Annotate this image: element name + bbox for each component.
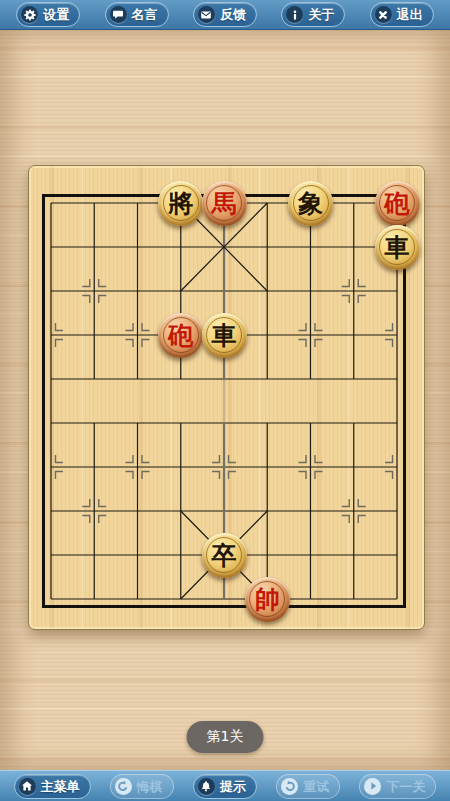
black-elephant[interactable]: 象 — [288, 181, 333, 226]
next-level-button[interactable]: 下一关 — [359, 774, 436, 799]
next-chevron-icon — [364, 778, 381, 795]
black-soldier[interactable]: 卒 — [202, 533, 247, 578]
about-label: 关于 — [308, 8, 334, 21]
envelope-icon — [198, 6, 215, 23]
quotes-button[interactable]: 名言 — [105, 2, 169, 27]
exit-label: 退出 — [397, 8, 423, 21]
app-window: 设置 名言 反馈 关于 — [0, 0, 450, 801]
red-cannon[interactable]: 砲 — [158, 313, 203, 358]
black-chariot[interactable]: 車 — [375, 225, 420, 270]
piece-character: 將 — [168, 191, 193, 216]
exit-cross-icon — [375, 6, 392, 23]
level-badge: 第1关 — [187, 721, 264, 753]
feedback-button[interactable]: 反馈 — [193, 2, 257, 27]
quotes-label: 名言 — [132, 8, 158, 21]
settings-button[interactable]: 设置 — [16, 2, 80, 27]
undo-icon — [115, 778, 132, 795]
retry-icon — [281, 778, 298, 795]
red-cannon[interactable]: 砲 — [375, 181, 420, 226]
xiangqi-board[interactable]: 將馬象砲車砲車卒帥 — [28, 165, 425, 630]
piece-character: 象 — [298, 191, 323, 216]
about-button[interactable]: 关于 — [281, 2, 345, 27]
gear-icon — [21, 6, 38, 23]
piece-character: 帥 — [255, 587, 280, 612]
retry-label: 重试 — [303, 780, 329, 793]
retry-button[interactable]: 重试 — [276, 774, 340, 799]
main-menu-button[interactable]: 主菜单 — [14, 774, 91, 799]
red-general[interactable]: 帥 — [245, 577, 290, 622]
settings-label: 设置 — [43, 8, 69, 21]
piece-character: 車 — [385, 235, 410, 260]
hint-label: 提示 — [220, 780, 246, 793]
bell-icon — [198, 778, 215, 795]
undo-move-button[interactable]: 悔棋 — [110, 774, 174, 799]
black-general[interactable]: 將 — [158, 181, 203, 226]
red-horse[interactable]: 馬 — [202, 181, 247, 226]
black-chariot[interactable]: 車 — [202, 313, 247, 358]
feedback-label: 反馈 — [220, 8, 246, 21]
piece-character: 砲 — [385, 191, 410, 216]
next-level-label: 下一关 — [386, 780, 425, 793]
speech-bubble-icon — [110, 6, 127, 23]
pieces-layer: 將馬象砲車砲車卒帥 — [29, 166, 424, 629]
piece-character: 車 — [212, 323, 237, 348]
info-icon — [286, 6, 303, 23]
main-menu-label: 主菜单 — [41, 780, 80, 793]
undo-move-label: 悔棋 — [137, 780, 163, 793]
exit-button[interactable]: 退出 — [370, 2, 434, 27]
top-toolbar: 设置 名言 反馈 关于 — [0, 0, 450, 30]
home-icon — [19, 778, 36, 795]
hint-button[interactable]: 提示 — [193, 774, 257, 799]
bottom-toolbar: 主菜单 悔棋 提示 — [0, 770, 450, 801]
piece-character: 砲 — [168, 323, 193, 348]
piece-character: 卒 — [212, 543, 237, 568]
piece-character: 馬 — [212, 191, 237, 216]
